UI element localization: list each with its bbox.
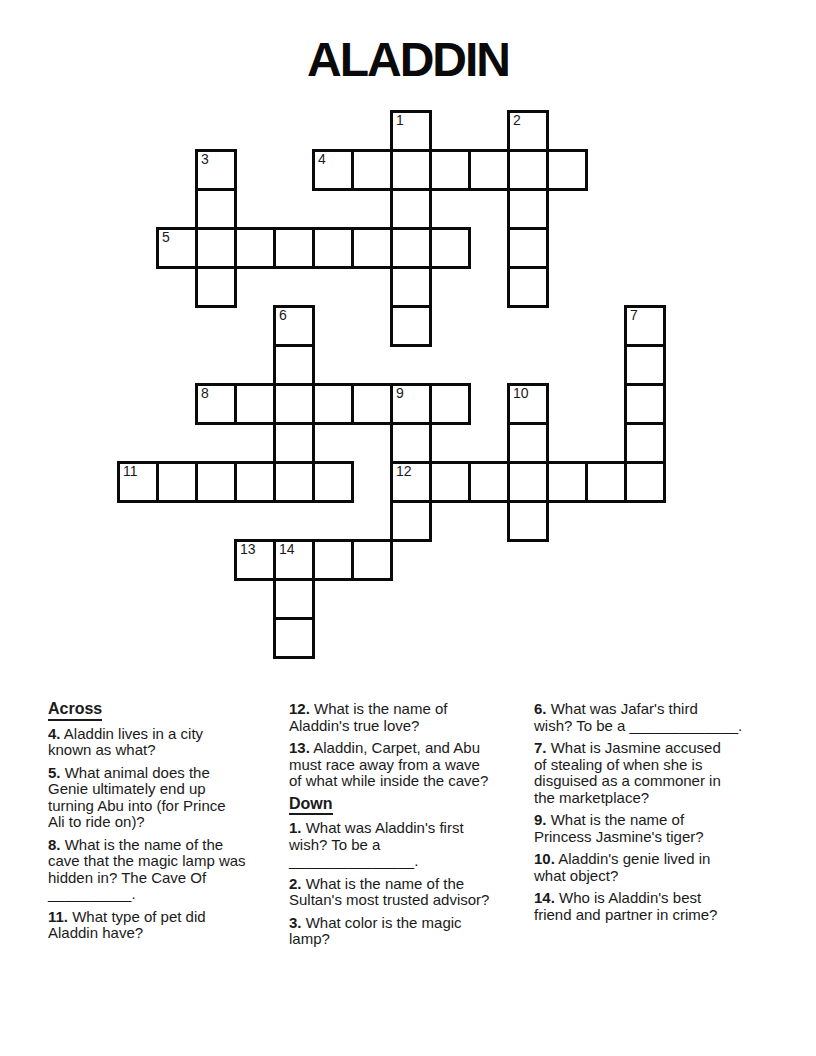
grid-cell-r9c7[interactable]: 12 xyxy=(390,461,432,503)
clue-11: 11. What type of pet did Aladdin have? xyxy=(48,909,298,942)
grid-cell-r3c6[interactable] xyxy=(351,227,393,269)
grid-cell-r5c7[interactable] xyxy=(390,305,432,347)
clue-text: Who is Aladdin's best friend and partner… xyxy=(534,889,717,923)
clue-number: 6. xyxy=(534,700,547,717)
clue-2: 2. What is the name of the Sultan's most… xyxy=(289,876,539,909)
cell-number-5: 5 xyxy=(162,230,170,245)
cell-number-1: 1 xyxy=(396,113,404,128)
grid-cell-r9c12[interactable] xyxy=(585,461,627,503)
grid-cell-r9c9[interactable] xyxy=(468,461,510,503)
clue-text: What is Jasmine accused of stealing of w… xyxy=(534,739,721,806)
clue-text: What was Aladdin's first wish? To be a _… xyxy=(289,819,464,869)
clue-7: 7. What is Jasmine accused of stealing o… xyxy=(534,740,784,806)
clue-text: What color is the magic lamp? xyxy=(289,914,462,948)
grid-cell-r11c4[interactable]: 14 xyxy=(273,539,315,581)
grid-cell-r1c10[interactable] xyxy=(507,149,549,191)
cell-number-3: 3 xyxy=(201,152,209,167)
clue-text: What is the name of the cave that the ma… xyxy=(48,836,246,903)
clue-number: 9. xyxy=(534,811,547,828)
grid-cell-r3c5[interactable] xyxy=(312,227,354,269)
clues-header-label: Down xyxy=(289,796,333,816)
grid-cell-r7c3[interactable] xyxy=(234,383,276,425)
grid-cell-r9c8[interactable] xyxy=(429,461,471,503)
grid-cell-r8c7[interactable] xyxy=(390,422,432,464)
grid-cell-r7c6[interactable] xyxy=(351,383,393,425)
grid-cell-r8c4[interactable] xyxy=(273,422,315,464)
grid-cell-r11c6[interactable] xyxy=(351,539,393,581)
grid-cell-r7c2[interactable]: 8 xyxy=(195,383,237,425)
grid-cell-r6c13[interactable] xyxy=(624,344,666,386)
clue-number: 8. xyxy=(48,836,61,853)
cell-number-12: 12 xyxy=(396,464,412,479)
clue-text: What type of pet did Aladdin have? xyxy=(48,908,206,942)
grid-cell-r9c4[interactable] xyxy=(273,461,315,503)
grid-cell-r5c4[interactable]: 6 xyxy=(273,305,315,347)
grid-cell-r0c7[interactable]: 1 xyxy=(390,110,432,152)
clue-text: Aladdin's genie lived in what object? xyxy=(534,850,710,884)
grid-cell-r9c1[interactable] xyxy=(156,461,198,503)
clue-8: 8. What is the name of the cave that the… xyxy=(48,837,298,903)
grid-cell-r3c2[interactable] xyxy=(195,227,237,269)
grid-cell-r7c7[interactable]: 9 xyxy=(390,383,432,425)
cell-number-6: 6 xyxy=(279,308,287,323)
grid-cell-r7c8[interactable] xyxy=(429,383,471,425)
puzzle-title: ALADDIN xyxy=(0,36,816,84)
grid-cell-r3c4[interactable] xyxy=(273,227,315,269)
grid-cell-r0c10[interactable]: 2 xyxy=(507,110,549,152)
grid-cell-r1c7[interactable] xyxy=(390,149,432,191)
grid-cell-r1c5[interactable]: 4 xyxy=(312,149,354,191)
grid-cell-r9c3[interactable] xyxy=(234,461,276,503)
grid-cell-r3c7[interactable] xyxy=(390,227,432,269)
grid-cell-r7c10[interactable]: 10 xyxy=(507,383,549,425)
puzzle-page: ALADDIN 1234567891011121314 Across4. Ala… xyxy=(0,0,816,1056)
grid-cell-r1c2[interactable]: 3 xyxy=(195,149,237,191)
clue-number: 7. xyxy=(534,739,547,756)
grid-cell-r8c10[interactable] xyxy=(507,422,549,464)
grid-cell-r11c5[interactable] xyxy=(312,539,354,581)
grid-cell-r1c8[interactable] xyxy=(429,149,471,191)
clue-5: 5. What animal does the Genie ultimately… xyxy=(48,765,298,831)
clues-header-across: Across xyxy=(48,701,298,721)
clue-number: 5. xyxy=(48,764,61,781)
grid-cell-r13c4[interactable] xyxy=(273,617,315,659)
clue-text: Aladdin lives in a city known as what? xyxy=(48,725,203,759)
grid-cell-r9c2[interactable] xyxy=(195,461,237,503)
cell-number-14: 14 xyxy=(279,542,295,557)
clue-10: 10. Aladdin's genie lived in what object… xyxy=(534,851,784,884)
clue-number: 13. xyxy=(289,739,310,756)
grid-cell-r2c2[interactable] xyxy=(195,188,237,230)
grid-cell-r3c1[interactable]: 5 xyxy=(156,227,198,269)
clue-12: 12. What is the name of Aladdin's true l… xyxy=(289,701,539,734)
clue-text: What animal does the Genie ultimately en… xyxy=(48,764,226,831)
cell-number-9: 9 xyxy=(396,386,404,401)
grid-cell-r9c0[interactable]: 11 xyxy=(117,461,159,503)
clue-9: 9. What is the name of Princess Jasmine'… xyxy=(534,812,784,845)
grid-cell-r1c6[interactable] xyxy=(351,149,393,191)
clues-column-1: Across4. Aladdin lives in a city known a… xyxy=(48,701,298,948)
grid-cell-r4c7[interactable] xyxy=(390,266,432,308)
clue-text: Aladdin, Carpet, and Abu must race away … xyxy=(289,739,488,789)
clue-text: What is the name of Princess Jasmine's t… xyxy=(534,811,704,845)
grid-cell-r5c13[interactable]: 7 xyxy=(624,305,666,347)
clue-number: 10. xyxy=(534,850,555,867)
grid-cell-r9c11[interactable] xyxy=(546,461,588,503)
grid-cell-r7c13[interactable] xyxy=(624,383,666,425)
clue-number: 2. xyxy=(289,875,302,892)
clues-header-down: Down xyxy=(289,796,539,816)
cell-number-2: 2 xyxy=(513,113,521,128)
grid-cell-r4c10[interactable] xyxy=(507,266,549,308)
grid-cell-r12c4[interactable] xyxy=(273,578,315,620)
grid-cell-r9c5[interactable] xyxy=(312,461,354,503)
grid-cell-r6c4[interactable] xyxy=(273,344,315,386)
clue-3: 3. What color is the magic lamp? xyxy=(289,915,539,948)
grid-cell-r1c11[interactable] xyxy=(546,149,588,191)
clue-number: 3. xyxy=(289,914,302,931)
clue-13: 13. Aladdin, Carpet, and Abu must race a… xyxy=(289,740,539,790)
clue-14: 14. Who is Aladdin's best friend and par… xyxy=(534,890,784,923)
clue-text: What is the name of the Sultan's most tr… xyxy=(289,875,489,909)
clue-number: 4. xyxy=(48,725,61,742)
grid-cell-r9c13[interactable] xyxy=(624,461,666,503)
grid-cell-r7c4[interactable] xyxy=(273,383,315,425)
clue-text: What is the name of Aladdin's true love? xyxy=(289,700,447,734)
grid-cell-r10c7[interactable] xyxy=(390,500,432,542)
clue-number: 1. xyxy=(289,819,302,836)
clue-number: 14. xyxy=(534,889,555,906)
grid-cell-r11c3[interactable]: 13 xyxy=(234,539,276,581)
cell-number-10: 10 xyxy=(513,386,529,401)
clue-number: 11. xyxy=(48,908,68,925)
grid-cell-r1c9[interactable] xyxy=(468,149,510,191)
grid-cell-r3c10[interactable] xyxy=(507,227,549,269)
clues-column-2: 12. What is the name of Aladdin's true l… xyxy=(289,701,539,954)
cell-number-7: 7 xyxy=(630,308,638,323)
grid-cell-r2c10[interactable] xyxy=(507,188,549,230)
cell-number-8: 8 xyxy=(201,386,209,401)
grid-cell-r4c2[interactable] xyxy=(195,266,237,308)
cell-number-4: 4 xyxy=(318,152,326,167)
clues-header-label: Across xyxy=(48,701,102,721)
cell-number-13: 13 xyxy=(240,542,256,557)
grid-cell-r3c8[interactable] xyxy=(429,227,471,269)
clue-6: 6. What was Jafar's third wish? To be a … xyxy=(534,701,784,734)
grid-cell-r3c3[interactable] xyxy=(234,227,276,269)
cell-number-11: 11 xyxy=(123,464,138,479)
clue-1: 1. What was Aladdin's first wish? To be … xyxy=(289,820,539,870)
clue-text: What was Jafar's third wish? To be a ___… xyxy=(534,700,742,734)
grid-cell-r7c5[interactable] xyxy=(312,383,354,425)
grid-cell-r2c7[interactable] xyxy=(390,188,432,230)
clue-4: 4. Aladdin lives in a city known as what… xyxy=(48,726,298,759)
grid-cell-r10c10[interactable] xyxy=(507,500,549,542)
clues-column-3: 6. What was Jafar's third wish? To be a … xyxy=(534,701,784,929)
grid-cell-r9c10[interactable] xyxy=(507,461,549,503)
grid-cell-r8c13[interactable] xyxy=(624,422,666,464)
clue-number: 12. xyxy=(289,700,310,717)
